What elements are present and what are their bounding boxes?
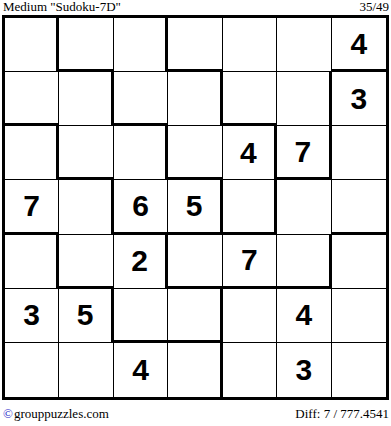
cell-r7c6-given: 3 [277, 343, 331, 397]
cell-r5c2[interactable] [59, 235, 113, 289]
cell-r4c7[interactable] [332, 180, 386, 234]
cell-r6c3[interactable] [114, 289, 168, 343]
cell-r1c3[interactable] [114, 18, 168, 72]
cell-r1c5[interactable] [223, 18, 277, 72]
cell-r4c3-given: 6 [114, 180, 168, 234]
cell-r7c3-given: 4 [114, 343, 168, 397]
cell-r5c7[interactable] [332, 235, 386, 289]
cell-r3c1[interactable] [5, 126, 59, 180]
cell-r5c4[interactable] [168, 235, 222, 289]
cell-r5c1[interactable] [5, 235, 59, 289]
cell-r7c5[interactable] [223, 343, 277, 397]
cell-r4c2[interactable] [59, 180, 113, 234]
empty-cells-counter: 35/49 [359, 0, 389, 14]
cell-r6c5[interactable] [223, 289, 277, 343]
cell-r7c1[interactable] [5, 343, 59, 397]
cell-r6c1-given: 3 [5, 289, 59, 343]
cell-r2c5[interactable] [223, 72, 277, 126]
header: Medium "Sudoku-7D" 35/49 [3, 0, 389, 15]
cell-r3c6-given: 7 [277, 126, 331, 180]
cell-r4c4-given: 5 [168, 180, 222, 234]
cell-r5c3-given: 2 [114, 235, 168, 289]
difficulty-text: Diff: 7 / 777.4541 [295, 406, 389, 421]
cell-r1c2[interactable] [59, 18, 113, 72]
copyright-icon: © [3, 406, 13, 421]
cell-r3c3[interactable] [114, 126, 168, 180]
cell-r4c6[interactable] [277, 180, 331, 234]
cell-r1c4[interactable] [168, 18, 222, 72]
cell-r1c1[interactable] [5, 18, 59, 72]
puzzle-title: Medium "Sudoku-7D" [3, 0, 121, 14]
cell-r3c7[interactable] [332, 126, 386, 180]
cell-r2c1[interactable] [5, 72, 59, 126]
cell-r5c6[interactable] [277, 235, 331, 289]
copyright-text: grouppuzzles.com [14, 406, 109, 421]
cell-r7c7[interactable] [332, 343, 386, 397]
cell-r7c2[interactable] [59, 343, 113, 397]
cell-r6c4[interactable] [168, 289, 222, 343]
cell-r6c6-given: 4 [277, 289, 331, 343]
cell-r1c6[interactable] [277, 18, 331, 72]
cell-r4c5[interactable] [223, 180, 277, 234]
cell-r4c1-given: 7 [5, 180, 59, 234]
cell-r1c7-given: 4 [332, 18, 386, 72]
cell-r6c7[interactable] [332, 289, 386, 343]
cell-r7c4[interactable] [168, 343, 222, 397]
cell-r3c4[interactable] [168, 126, 222, 180]
cell-r5c5-given: 7 [223, 235, 277, 289]
cell-r2c4[interactable] [168, 72, 222, 126]
copyright-line: ©grouppuzzles.com [3, 406, 109, 421]
cell-r2c6[interactable] [277, 72, 331, 126]
cell-r3c5-given: 4 [223, 126, 277, 180]
footer: ©grouppuzzles.com Diff: 7 / 777.4541 [3, 406, 389, 424]
cell-r3c2[interactable] [59, 126, 113, 180]
sudoku-grid: 43477652735443 [2, 15, 389, 400]
cell-r2c7-given: 3 [332, 72, 386, 126]
cell-r2c2[interactable] [59, 72, 113, 126]
cell-r2c3[interactable] [114, 72, 168, 126]
cell-r6c2-given: 5 [59, 289, 113, 343]
